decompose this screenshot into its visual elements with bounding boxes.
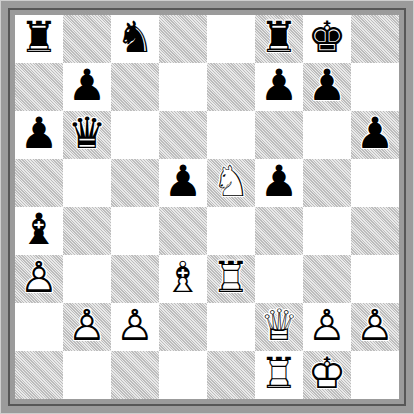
- square-c7[interactable]: [111, 63, 159, 111]
- square-e6[interactable]: [207, 111, 255, 159]
- square-h6[interactable]: ♟: [351, 111, 399, 159]
- white-queen-piece: ♛♕: [255, 303, 303, 351]
- black-knight-piece: ♞: [111, 15, 159, 63]
- square-d4[interactable]: [159, 207, 207, 255]
- square-h1[interactable]: [351, 351, 399, 399]
- black-pawn-piece: ♟: [303, 63, 351, 111]
- white-pawn-piece: ♟♙: [111, 303, 159, 351]
- white-king-piece: ♚♔: [303, 351, 351, 399]
- square-d1[interactable]: [159, 351, 207, 399]
- square-g6[interactable]: [303, 111, 351, 159]
- white-rook-piece: ♜♖: [255, 351, 303, 399]
- square-d2[interactable]: [159, 303, 207, 351]
- square-f7[interactable]: ♟: [255, 63, 303, 111]
- square-h8[interactable]: [351, 15, 399, 63]
- square-c3[interactable]: [111, 255, 159, 303]
- square-e2[interactable]: [207, 303, 255, 351]
- square-g2[interactable]: ♟♙: [303, 303, 351, 351]
- square-e3[interactable]: ♜♖: [207, 255, 255, 303]
- square-b8[interactable]: [63, 15, 111, 63]
- square-a3[interactable]: ♟♙: [15, 255, 63, 303]
- black-pawn-piece: ♟: [255, 159, 303, 207]
- square-f1[interactable]: ♜♖: [255, 351, 303, 399]
- square-d7[interactable]: [159, 63, 207, 111]
- black-queen-piece: ♛: [63, 111, 111, 159]
- square-b6[interactable]: ♛: [63, 111, 111, 159]
- black-pawn-piece: ♟: [255, 63, 303, 111]
- square-h7[interactable]: [351, 63, 399, 111]
- square-f3[interactable]: [255, 255, 303, 303]
- square-a5[interactable]: [15, 159, 63, 207]
- square-c6[interactable]: [111, 111, 159, 159]
- black-rook-piece: ♜: [255, 15, 303, 63]
- square-b3[interactable]: [63, 255, 111, 303]
- square-a8[interactable]: ♜: [15, 15, 63, 63]
- square-c1[interactable]: [111, 351, 159, 399]
- black-bishop-piece: ♝: [15, 207, 63, 255]
- square-g8[interactable]: ♚: [303, 15, 351, 63]
- square-g7[interactable]: ♟: [303, 63, 351, 111]
- white-bishop-piece: ♝♗: [159, 255, 207, 303]
- square-f4[interactable]: [255, 207, 303, 255]
- square-h4[interactable]: [351, 207, 399, 255]
- square-b5[interactable]: [63, 159, 111, 207]
- chess-board: ♜♞♜♚♟♟♟♟♛♟♟♞♘♟♝♟♙♝♗♜♖♟♙♟♙♛♕♟♙♟♙♜♖♚♔: [15, 15, 399, 399]
- board-frame-inner: ♜♞♜♚♟♟♟♟♛♟♟♞♘♟♝♟♙♝♗♜♖♟♙♟♙♛♕♟♙♟♙♜♖♚♔: [8, 8, 406, 406]
- square-h5[interactable]: [351, 159, 399, 207]
- white-pawn-piece: ♟♙: [15, 255, 63, 303]
- board-frame: ♜♞♜♚♟♟♟♟♛♟♟♞♘♟♝♟♙♝♗♜♖♟♙♟♙♛♕♟♙♟♙♜♖♚♔: [0, 0, 414, 414]
- black-rook-piece: ♜: [15, 15, 63, 63]
- black-pawn-piece: ♟: [63, 63, 111, 111]
- square-d6[interactable]: [159, 111, 207, 159]
- black-pawn-piece: ♟: [351, 111, 399, 159]
- square-g4[interactable]: [303, 207, 351, 255]
- square-c2[interactable]: ♟♙: [111, 303, 159, 351]
- square-e5[interactable]: ♞♘: [207, 159, 255, 207]
- white-pawn-piece: ♟♙: [303, 303, 351, 351]
- square-h2[interactable]: ♟♙: [351, 303, 399, 351]
- white-pawn-piece: ♟♙: [63, 303, 111, 351]
- square-g1[interactable]: ♚♔: [303, 351, 351, 399]
- square-a7[interactable]: [15, 63, 63, 111]
- square-f8[interactable]: ♜: [255, 15, 303, 63]
- square-a6[interactable]: ♟: [15, 111, 63, 159]
- square-b2[interactable]: ♟♙: [63, 303, 111, 351]
- square-c5[interactable]: [111, 159, 159, 207]
- square-a1[interactable]: [15, 351, 63, 399]
- white-rook-piece: ♜♖: [207, 255, 255, 303]
- square-h3[interactable]: [351, 255, 399, 303]
- square-e4[interactable]: [207, 207, 255, 255]
- square-g3[interactable]: [303, 255, 351, 303]
- white-pawn-piece: ♟♙: [351, 303, 399, 351]
- square-d3[interactable]: ♝♗: [159, 255, 207, 303]
- square-b7[interactable]: ♟: [63, 63, 111, 111]
- square-a4[interactable]: ♝: [15, 207, 63, 255]
- square-c4[interactable]: [111, 207, 159, 255]
- square-g5[interactable]: [303, 159, 351, 207]
- square-b4[interactable]: [63, 207, 111, 255]
- square-d8[interactable]: [159, 15, 207, 63]
- black-pawn-piece: ♟: [15, 111, 63, 159]
- square-d5[interactable]: ♟: [159, 159, 207, 207]
- black-king-piece: ♚: [303, 15, 351, 63]
- square-c8[interactable]: ♞: [111, 15, 159, 63]
- square-b1[interactable]: [63, 351, 111, 399]
- square-e1[interactable]: [207, 351, 255, 399]
- square-e7[interactable]: [207, 63, 255, 111]
- square-e8[interactable]: [207, 15, 255, 63]
- square-f5[interactable]: ♟: [255, 159, 303, 207]
- white-knight-piece: ♞♘: [207, 159, 255, 207]
- square-f6[interactable]: [255, 111, 303, 159]
- black-pawn-piece: ♟: [159, 159, 207, 207]
- square-a2[interactable]: [15, 303, 63, 351]
- square-f2[interactable]: ♛♕: [255, 303, 303, 351]
